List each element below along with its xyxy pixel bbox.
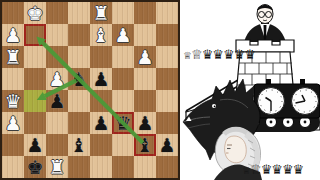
trophy-queen-solid: ♛ xyxy=(244,48,255,61)
square-c2[interactable] xyxy=(46,134,68,156)
square-e3[interactable]: ♟ xyxy=(90,112,112,134)
piece-black-pawn[interactable]: ♟ xyxy=(134,112,156,134)
square-h6[interactable] xyxy=(156,46,178,68)
square-c4[interactable]: ♟ xyxy=(46,90,68,112)
piece-black-pawn[interactable]: ♟ xyxy=(156,134,178,156)
square-b5[interactable] xyxy=(24,68,46,90)
piece-white-rook[interactable]: ♜ xyxy=(46,156,68,178)
piece-black-pawn[interactable]: ♟ xyxy=(24,134,46,156)
piece-white-pawn[interactable]: ♟ xyxy=(2,112,24,134)
square-c8[interactable] xyxy=(46,2,68,24)
piece-white-rook[interactable]: ♜ xyxy=(2,46,24,68)
square-e8[interactable]: ♜ xyxy=(90,2,112,24)
square-b3[interactable] xyxy=(24,112,46,134)
trophy-queen-solid: ♛ xyxy=(293,163,304,176)
square-g2[interactable]: ♝ xyxy=(134,134,156,156)
square-b1[interactable]: ♚ xyxy=(24,156,46,178)
square-h7[interactable] xyxy=(156,24,178,46)
square-c3[interactable] xyxy=(46,112,68,134)
trophy-queen-solid: ♛ xyxy=(202,48,213,61)
square-d3[interactable] xyxy=(68,112,90,134)
square-d6[interactable] xyxy=(68,46,90,68)
chess-clock-illustration xyxy=(254,79,320,118)
square-c1[interactable]: ♜ xyxy=(46,156,68,178)
square-g7[interactable] xyxy=(134,24,156,46)
square-a8[interactable] xyxy=(2,2,24,24)
trophy-row-bottom: ♕♕♛♛♛♛ xyxy=(242,146,303,176)
square-e4[interactable] xyxy=(90,90,112,112)
square-g3[interactable]: ♟ xyxy=(134,112,156,134)
square-h3[interactable] xyxy=(156,112,178,134)
square-b6[interactable] xyxy=(24,46,46,68)
piece-white-king[interactable]: ♚ xyxy=(24,2,46,24)
square-d1[interactable] xyxy=(68,156,90,178)
piece-white-queen[interactable]: ♛ xyxy=(2,90,24,112)
piece-white-rook[interactable]: ♜ xyxy=(90,2,112,24)
square-a7[interactable]: ♟ xyxy=(2,24,24,46)
trophy-queen-solid: ♛ xyxy=(261,163,272,176)
trophy-queen-solid: ♛ xyxy=(223,48,234,61)
square-c5[interactable]: ♟ xyxy=(46,68,68,90)
square-a4[interactable]: ♛ xyxy=(2,90,24,112)
piece-white-pawn[interactable]: ♟ xyxy=(112,24,134,46)
piece-white-pawn[interactable]: ♟ xyxy=(2,24,24,46)
square-h8[interactable] xyxy=(156,2,178,24)
square-f2[interactable] xyxy=(112,134,134,156)
square-f6[interactable] xyxy=(112,46,134,68)
piece-black-queen[interactable]: ♛ xyxy=(112,112,134,134)
piece-white-bishop[interactable]: ♝ xyxy=(90,24,112,46)
square-d8[interactable] xyxy=(68,2,90,24)
square-f4[interactable] xyxy=(112,90,134,112)
square-h1[interactable] xyxy=(156,156,178,178)
artwork-panel: ♕♕♛♛♛♛♛ ♕♕♛♛♛♛ xyxy=(180,0,320,180)
square-a3[interactable]: ♟ xyxy=(2,112,24,134)
square-e1[interactable] xyxy=(90,156,112,178)
piece-black-pawn[interactable]: ♟ xyxy=(90,112,112,134)
square-h2[interactable]: ♟ xyxy=(156,134,178,156)
square-g6[interactable]: ♟ xyxy=(134,46,156,68)
piece-black-bishop[interactable]: ♝ xyxy=(68,134,90,156)
square-c7[interactable] xyxy=(46,24,68,46)
trophy-queen-solid: ♛ xyxy=(282,163,293,176)
board-grid: ♚♜♟♝♟♜♟♟♞♟♛♟♟♟♛♟♟♝♝♟♚♜ xyxy=(2,2,178,178)
square-b8[interactable]: ♚ xyxy=(24,2,46,24)
square-c6[interactable] xyxy=(46,46,68,68)
square-g8[interactable] xyxy=(134,2,156,24)
square-f8[interactable] xyxy=(112,2,134,24)
trophy-queen-outline: ♕ xyxy=(242,166,250,176)
square-d2[interactable]: ♝ xyxy=(68,134,90,156)
square-f7[interactable]: ♟ xyxy=(112,24,134,46)
chess-board: ♚♜♟♝♟♜♟♟♞♟♛♟♟♟♛♟♟♝♝♟♚♜ xyxy=(0,0,180,180)
square-e7[interactable]: ♝ xyxy=(90,24,112,46)
square-a1[interactable] xyxy=(2,156,24,178)
square-h5[interactable] xyxy=(156,68,178,90)
square-a5[interactable] xyxy=(2,68,24,90)
trophy-queen-solid: ♛ xyxy=(271,163,282,176)
square-e5[interactable]: ♟ xyxy=(90,68,112,90)
piece-black-bishop[interactable]: ♝ xyxy=(134,134,156,156)
square-a2[interactable] xyxy=(2,134,24,156)
square-g5[interactable] xyxy=(134,68,156,90)
square-f5[interactable] xyxy=(112,68,134,90)
trophy-row-top: ♕♕♛♛♛♛♛ xyxy=(183,33,255,61)
trophy-queen-solid: ♛ xyxy=(212,48,223,61)
piece-black-king[interactable]: ♚ xyxy=(24,156,46,178)
trophy-queen-outline: ♕ xyxy=(250,163,261,176)
square-g4[interactable] xyxy=(134,90,156,112)
trophy-queen-outline: ♕ xyxy=(191,48,202,61)
square-h4[interactable] xyxy=(156,90,178,112)
square-b7[interactable] xyxy=(24,24,46,46)
square-d7[interactable] xyxy=(68,24,90,46)
square-f1[interactable] xyxy=(112,156,134,178)
square-e6[interactable] xyxy=(90,46,112,68)
trophy-queen-solid: ♛ xyxy=(234,48,245,61)
trophy-queen-outline: ♕ xyxy=(183,51,191,61)
piece-black-pawn[interactable]: ♟ xyxy=(46,90,68,112)
square-e2[interactable] xyxy=(90,134,112,156)
square-a6[interactable]: ♜ xyxy=(2,46,24,68)
square-d5[interactable]: ♞ xyxy=(68,68,90,90)
square-f3[interactable]: ♛ xyxy=(112,112,134,134)
square-b2[interactable]: ♟ xyxy=(24,134,46,156)
piece-black-knight[interactable]: ♞ xyxy=(68,68,90,90)
thumbnail: ♚♜♟♝♟♜♟♟♞♟♛♟♟♟♛♟♟♝♝♟♚♜ xyxy=(0,0,320,180)
square-d4[interactable] xyxy=(68,90,90,112)
square-g1[interactable] xyxy=(134,156,156,178)
piece-white-pawn[interactable]: ♟ xyxy=(46,68,68,90)
piece-white-pawn[interactable]: ♟ xyxy=(134,46,156,68)
piece-black-pawn[interactable]: ♟ xyxy=(90,68,112,90)
square-b4[interactable] xyxy=(24,90,46,112)
